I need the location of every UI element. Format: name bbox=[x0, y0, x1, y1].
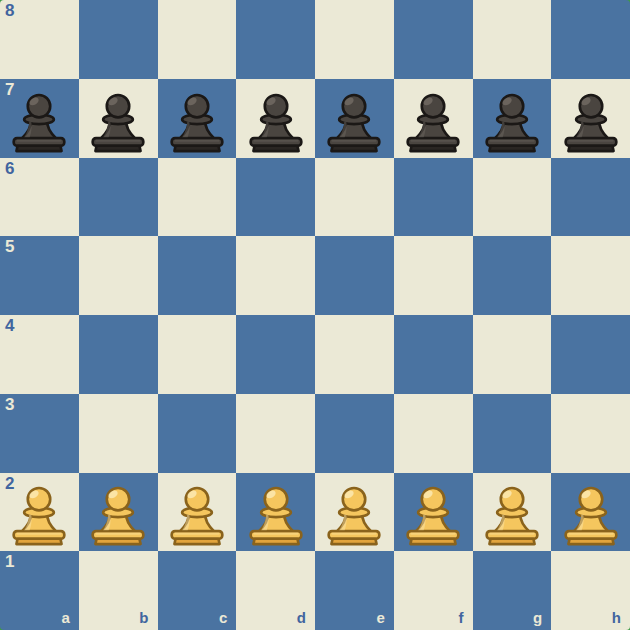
white-pawn[interactable] bbox=[400, 484, 466, 550]
square-h5[interactable] bbox=[551, 236, 630, 315]
square-d4[interactable] bbox=[236, 315, 315, 394]
square-f4[interactable] bbox=[394, 315, 473, 394]
black-pawn[interactable] bbox=[6, 91, 72, 157]
square-c2[interactable] bbox=[158, 473, 237, 552]
square-b3[interactable] bbox=[79, 394, 158, 473]
file-label-b: b bbox=[139, 610, 148, 626]
square-b6[interactable] bbox=[79, 158, 158, 237]
square-h3[interactable] bbox=[551, 394, 630, 473]
file-label-g: g bbox=[533, 610, 542, 626]
square-f7[interactable] bbox=[394, 79, 473, 158]
square-d2[interactable] bbox=[236, 473, 315, 552]
square-e6[interactable] bbox=[315, 158, 394, 237]
square-c6[interactable] bbox=[158, 158, 237, 237]
square-e2[interactable] bbox=[315, 473, 394, 552]
white-pawn[interactable] bbox=[6, 484, 72, 550]
square-f1[interactable]: f bbox=[394, 551, 473, 630]
black-pawn[interactable] bbox=[400, 91, 466, 157]
square-a2[interactable]: 2 bbox=[0, 473, 79, 552]
square-h4[interactable] bbox=[551, 315, 630, 394]
square-h7[interactable] bbox=[551, 79, 630, 158]
rank-label-3: 3 bbox=[5, 395, 14, 415]
file-label-d: d bbox=[297, 610, 306, 626]
square-d6[interactable] bbox=[236, 158, 315, 237]
square-f3[interactable] bbox=[394, 394, 473, 473]
black-pawn[interactable] bbox=[321, 91, 387, 157]
file-label-c: c bbox=[219, 610, 227, 626]
black-pawn[interactable] bbox=[164, 91, 230, 157]
square-b4[interactable] bbox=[79, 315, 158, 394]
square-e1[interactable]: e bbox=[315, 551, 394, 630]
black-pawn[interactable] bbox=[243, 91, 309, 157]
chess-board[interactable]: 87654321abcdefgh bbox=[0, 0, 630, 630]
square-e7[interactable] bbox=[315, 79, 394, 158]
square-a4[interactable]: 4 bbox=[0, 315, 79, 394]
white-pawn[interactable] bbox=[558, 484, 624, 550]
square-c8[interactable] bbox=[158, 0, 237, 79]
square-b7[interactable] bbox=[79, 79, 158, 158]
square-e4[interactable] bbox=[315, 315, 394, 394]
square-b8[interactable] bbox=[79, 0, 158, 79]
rank-label-5: 5 bbox=[5, 237, 14, 257]
square-h2[interactable] bbox=[551, 473, 630, 552]
square-h8[interactable] bbox=[551, 0, 630, 79]
square-a8[interactable]: 8 bbox=[0, 0, 79, 79]
square-h6[interactable] bbox=[551, 158, 630, 237]
square-g3[interactable] bbox=[473, 394, 552, 473]
square-g5[interactable] bbox=[473, 236, 552, 315]
square-e3[interactable] bbox=[315, 394, 394, 473]
square-a5[interactable]: 5 bbox=[0, 236, 79, 315]
square-c5[interactable] bbox=[158, 236, 237, 315]
rank-label-1: 1 bbox=[5, 552, 14, 572]
rank-label-6: 6 bbox=[5, 159, 14, 179]
square-a7[interactable]: 7 bbox=[0, 79, 79, 158]
square-d8[interactable] bbox=[236, 0, 315, 79]
black-pawn[interactable] bbox=[479, 91, 545, 157]
square-d3[interactable] bbox=[236, 394, 315, 473]
square-e8[interactable] bbox=[315, 0, 394, 79]
square-d5[interactable] bbox=[236, 236, 315, 315]
white-pawn[interactable] bbox=[321, 484, 387, 550]
square-d1[interactable]: d bbox=[236, 551, 315, 630]
square-g6[interactable] bbox=[473, 158, 552, 237]
white-pawn[interactable] bbox=[479, 484, 545, 550]
file-label-a: a bbox=[61, 610, 69, 626]
black-pawn[interactable] bbox=[558, 91, 624, 157]
square-e5[interactable] bbox=[315, 236, 394, 315]
page-background: 87654321abcdefgh bbox=[0, 0, 630, 630]
file-label-h: h bbox=[612, 610, 621, 626]
white-pawn[interactable] bbox=[85, 484, 151, 550]
square-f8[interactable] bbox=[394, 0, 473, 79]
square-a6[interactable]: 6 bbox=[0, 158, 79, 237]
square-c4[interactable] bbox=[158, 315, 237, 394]
square-d7[interactable] bbox=[236, 79, 315, 158]
white-pawn[interactable] bbox=[164, 484, 230, 550]
black-pawn[interactable] bbox=[85, 91, 151, 157]
square-g2[interactable] bbox=[473, 473, 552, 552]
square-a3[interactable]: 3 bbox=[0, 394, 79, 473]
file-label-e: e bbox=[376, 610, 384, 626]
square-c1[interactable]: c bbox=[158, 551, 237, 630]
square-g4[interactable] bbox=[473, 315, 552, 394]
square-f2[interactable] bbox=[394, 473, 473, 552]
square-c3[interactable] bbox=[158, 394, 237, 473]
square-g8[interactable] bbox=[473, 0, 552, 79]
rank-label-8: 8 bbox=[5, 1, 14, 21]
rank-label-4: 4 bbox=[5, 316, 14, 336]
square-f5[interactable] bbox=[394, 236, 473, 315]
square-b2[interactable] bbox=[79, 473, 158, 552]
square-h1[interactable]: h bbox=[551, 551, 630, 630]
square-b1[interactable]: b bbox=[79, 551, 158, 630]
square-c7[interactable] bbox=[158, 79, 237, 158]
square-g1[interactable]: g bbox=[473, 551, 552, 630]
file-label-f: f bbox=[459, 610, 464, 626]
square-g7[interactable] bbox=[473, 79, 552, 158]
white-pawn[interactable] bbox=[243, 484, 309, 550]
square-b5[interactable] bbox=[79, 236, 158, 315]
square-a1[interactable]: 1a bbox=[0, 551, 79, 630]
square-f6[interactable] bbox=[394, 158, 473, 237]
